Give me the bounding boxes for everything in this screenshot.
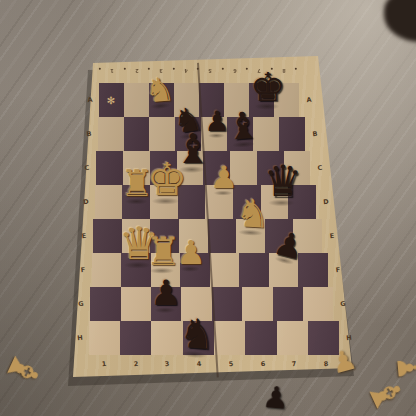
pawn-glyph: ♟ [176, 233, 206, 272]
rank-label-bottom-8: 8 [323, 360, 328, 368]
king-glyph: ♚ [147, 153, 187, 206]
square-b1[interactable] [98, 117, 124, 151]
rank-label-top-5: 5 [209, 68, 212, 74]
square-h7[interactable] [277, 321, 308, 355]
rank-label-bottom-6: 6 [260, 360, 265, 368]
light-king-d3[interactable]: ♚ [147, 157, 187, 202]
square-e5[interactable] [208, 219, 237, 253]
square-d1[interactable] [95, 185, 123, 219]
captured-dark-pawn[interactable]: ♟ [261, 382, 290, 414]
rank-label-bottom-5: 5 [228, 360, 233, 368]
square-b3[interactable] [149, 117, 175, 151]
square-f6[interactable] [239, 253, 268, 287]
square-f5[interactable] [210, 253, 239, 287]
square-g6[interactable] [242, 287, 272, 321]
file-label-left-d: D [83, 198, 89, 207]
a1-maker-stamp: ✻ [107, 95, 115, 106]
square-c1[interactable] [96, 151, 123, 185]
file-label-right-b: B [312, 130, 318, 138]
dark-pawn-g3[interactable]: ♟ [150, 276, 181, 311]
knight-glyph: ♞ [177, 309, 218, 360]
square-f8[interactable] [298, 253, 327, 287]
square-g1[interactable] [90, 287, 120, 321]
light-pawn-d5[interactable]: ♟ [210, 162, 238, 193]
rank-label-bottom-2: 2 [133, 360, 138, 368]
file-label-right-h: H [346, 334, 352, 343]
knight-glyph: ♞ [234, 190, 271, 237]
dark-knight-h4[interactable]: ♞ [177, 313, 217, 357]
bishop-glyph: ♝ [225, 104, 261, 149]
file-label-left-h: H [77, 334, 83, 343]
rank-label-bottom-1: 1 [101, 360, 106, 368]
rank-label-top-1: 1 [111, 68, 114, 74]
pawn-glyph: ♟ [150, 273, 181, 313]
chessboard-photo-scene: AABBCCDDEEFFGGHH1122334455667788 ♞♚♞♟♝♝♜… [0, 0, 416, 416]
square-g2[interactable] [121, 287, 151, 321]
square-b8[interactable] [279, 117, 305, 151]
dark-bishop-b6[interactable]: ♝ [225, 107, 261, 146]
square-e1[interactable] [93, 219, 122, 253]
square-g8[interactable] [303, 287, 333, 321]
rank-label-top-4: 4 [184, 68, 187, 74]
square-h1[interactable] [89, 321, 120, 355]
square-h6[interactable] [245, 321, 276, 355]
square-h2[interactable] [120, 321, 151, 355]
rank-label-bottom-4: 4 [196, 360, 201, 368]
light-pawn-f4[interactable]: ♟ [176, 236, 206, 269]
file-label-right-f: F [335, 266, 340, 274]
file-label-left-c: C [84, 164, 90, 172]
file-label-left-a: A [87, 96, 93, 104]
file-label-left-g: G [78, 300, 84, 309]
file-label-right-c: C [318, 164, 324, 172]
rank-label-top-2: 2 [135, 68, 138, 74]
file-label-right-a: A [306, 96, 312, 104]
dark-king-a7[interactable]: ♚ [250, 67, 286, 107]
square-f1[interactable] [92, 253, 121, 287]
rank-label-top-6: 6 [233, 68, 236, 74]
file-label-left-f: F [80, 266, 85, 274]
square-h5[interactable] [214, 321, 245, 355]
file-label-right-e: E [329, 232, 334, 240]
square-g7[interactable] [273, 287, 303, 321]
square-b2[interactable] [124, 117, 150, 151]
light-knight-e6[interactable]: ♞ [234, 193, 271, 234]
captured-light-pawn-2[interactable]: ♟ [393, 355, 416, 380]
pawn-glyph: ♟ [210, 159, 238, 195]
file-label-right-d: D [323, 198, 329, 207]
file-label-left-b: B [86, 130, 92, 138]
